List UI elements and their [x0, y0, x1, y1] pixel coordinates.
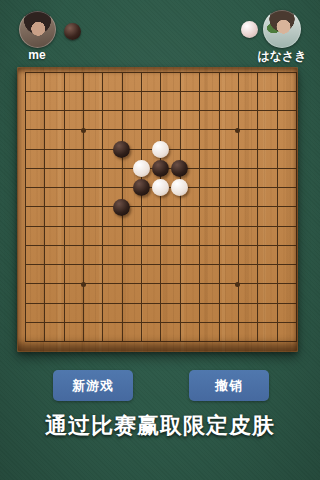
board-intersection[interactable]: [209, 121, 228, 140]
board-intersection[interactable]: [54, 275, 73, 294]
board-intersection[interactable]: [131, 255, 150, 274]
board-intersection[interactable]: [35, 159, 54, 178]
board-intersection[interactable]: [209, 159, 228, 178]
board-intersection[interactable]: [170, 236, 189, 255]
new-game-button[interactable]: 新游戏: [53, 370, 133, 401]
board-intersection[interactable]: [112, 255, 131, 274]
board-intersection[interactable]: [286, 332, 305, 351]
board-intersection[interactable]: [190, 294, 209, 313]
board-intersection[interactable]: [267, 159, 286, 178]
board-intersection[interactable]: [190, 159, 209, 178]
board-intersection[interactable]: [151, 313, 170, 332]
board-intersection[interactable]: [286, 159, 305, 178]
board-intersection[interactable]: [131, 313, 150, 332]
board-intersection[interactable]: [73, 255, 92, 274]
board-intersection[interactable]: [248, 63, 267, 82]
board-intersection[interactable]: [267, 294, 286, 313]
board-intersection[interactable]: [190, 313, 209, 332]
board-intersection[interactable]: [15, 255, 34, 274]
board-intersection[interactable]: [190, 101, 209, 120]
board-intersection[interactable]: [35, 121, 54, 140]
board-intersection[interactable]: [131, 101, 150, 120]
board-intersection[interactable]: [54, 63, 73, 82]
board-intersection[interactable]: [151, 159, 170, 178]
board-intersection[interactable]: [112, 217, 131, 236]
board-intersection[interactable]: [35, 63, 54, 82]
board-intersection[interactable]: [15, 198, 34, 217]
board-intersection[interactable]: [248, 198, 267, 217]
board-intersection[interactable]: [35, 255, 54, 274]
board-intersection[interactable]: [228, 178, 247, 197]
board-intersection[interactable]: [190, 63, 209, 82]
board-intersection[interactable]: [209, 101, 228, 120]
board-intersection[interactable]: [286, 63, 305, 82]
board-intersection[interactable]: [73, 332, 92, 351]
board-intersection[interactable]: [151, 121, 170, 140]
board-intersection[interactable]: [170, 217, 189, 236]
board-intersection[interactable]: [286, 255, 305, 274]
app-screen: me はなさき 新游戏 撤销 通过比赛赢取限定皮肤: [0, 0, 320, 480]
board-intersection[interactable]: [228, 313, 247, 332]
board-intersection[interactable]: [15, 140, 34, 159]
board-intersection[interactable]: [112, 63, 131, 82]
board-intersection[interactable]: [73, 178, 92, 197]
board-intersection[interactable]: [35, 275, 54, 294]
board-intersection[interactable]: [54, 140, 73, 159]
board-intersection[interactable]: [54, 82, 73, 101]
board-intersection[interactable]: [248, 236, 267, 255]
black-stone-indicator: [64, 23, 81, 40]
board-intersection[interactable]: [131, 275, 150, 294]
black-stone: [113, 141, 130, 158]
black-stone: [152, 160, 169, 177]
board-intersection[interactable]: [286, 101, 305, 120]
board-intersection[interactable]: [170, 198, 189, 217]
board-intersection[interactable]: [15, 332, 34, 351]
board-intersection[interactable]: [151, 82, 170, 101]
board-intersection[interactable]: [170, 82, 189, 101]
board-intersection[interactable]: [248, 294, 267, 313]
board-intersection[interactable]: [93, 255, 112, 274]
board-intersection[interactable]: [209, 294, 228, 313]
board-intersection[interactable]: [73, 140, 92, 159]
board-intersection[interactable]: [286, 236, 305, 255]
board-intersection[interactable]: [267, 63, 286, 82]
board-intersection[interactable]: [228, 255, 247, 274]
promo-banner-text: 通过比赛赢取限定皮肤: [0, 411, 320, 441]
board-intersection[interactable]: [15, 82, 34, 101]
board-intersection[interactable]: [248, 178, 267, 197]
board-intersection[interactable]: [248, 101, 267, 120]
board-intersection[interactable]: [131, 178, 150, 197]
board-intersection[interactable]: [248, 159, 267, 178]
board-intersection[interactable]: [54, 121, 73, 140]
board-intersection[interactable]: [286, 82, 305, 101]
board-intersection[interactable]: [15, 217, 34, 236]
board-intersection[interactable]: [267, 140, 286, 159]
star-point: [235, 282, 240, 287]
board-intersection[interactable]: [190, 236, 209, 255]
board-intersection[interactable]: [267, 101, 286, 120]
board-intersection[interactable]: [228, 82, 247, 101]
board-intersection[interactable]: [93, 121, 112, 140]
board-intersection[interactable]: [54, 101, 73, 120]
board-intersection[interactable]: [267, 313, 286, 332]
board-intersection[interactable]: [112, 140, 131, 159]
board-intersection[interactable]: [209, 236, 228, 255]
board-intersection[interactable]: [228, 159, 247, 178]
board-intersection[interactable]: [190, 121, 209, 140]
board-intersection[interactable]: [170, 140, 189, 159]
gomoku-board: [17, 67, 298, 352]
board-intersection[interactable]: [112, 313, 131, 332]
board-intersection[interactable]: [73, 294, 92, 313]
white-stone: [152, 179, 169, 196]
board-intersection[interactable]: [209, 313, 228, 332]
board-intersection[interactable]: [248, 275, 267, 294]
board-intersection[interactable]: [112, 332, 131, 351]
board-intersection[interactable]: [35, 332, 54, 351]
player-name-me: me: [16, 48, 58, 62]
board-intersection[interactable]: [93, 332, 112, 351]
board-intersection[interactable]: [228, 236, 247, 255]
board-intersection[interactable]: [248, 82, 267, 101]
board-intersection[interactable]: [170, 159, 189, 178]
board-intersection[interactable]: [170, 332, 189, 351]
board-intersection[interactable]: [190, 332, 209, 351]
board-intersection[interactable]: [151, 63, 170, 82]
board-intersection[interactable]: [286, 121, 305, 140]
board-intersection[interactable]: [286, 178, 305, 197]
board-intersection[interactable]: [131, 198, 150, 217]
board-intersection[interactable]: [267, 178, 286, 197]
board-intersection[interactable]: [248, 140, 267, 159]
board-intersection[interactable]: [131, 236, 150, 255]
board-intersection[interactable]: [170, 275, 189, 294]
board-intersection[interactable]: [267, 198, 286, 217]
board-intersection[interactable]: [131, 82, 150, 101]
board-intersection[interactable]: [151, 255, 170, 274]
board-intersection[interactable]: [93, 159, 112, 178]
board-intersection[interactable]: [35, 101, 54, 120]
board-intersection[interactable]: [131, 332, 150, 351]
board-intersection[interactable]: [54, 294, 73, 313]
board-intersection[interactable]: [228, 332, 247, 351]
board-intersection[interactable]: [73, 217, 92, 236]
board-intersection[interactable]: [267, 236, 286, 255]
board-intersection[interactable]: [131, 159, 150, 178]
board-intersection[interactable]: [35, 140, 54, 159]
board-intersection[interactable]: [248, 217, 267, 236]
board-intersection[interactable]: [131, 63, 150, 82]
board-intersection[interactable]: [209, 332, 228, 351]
board-intersection[interactable]: [112, 294, 131, 313]
board-intersection[interactable]: [15, 159, 34, 178]
board-intersection[interactable]: [286, 198, 305, 217]
board-intersection[interactable]: [112, 275, 131, 294]
board-intersection[interactable]: [190, 275, 209, 294]
board-intersection[interactable]: [286, 275, 305, 294]
board-intersection[interactable]: [190, 82, 209, 101]
board-intersection[interactable]: [15, 63, 34, 82]
board-grid: [15, 63, 305, 352]
board-intersection[interactable]: [151, 332, 170, 351]
black-stone: [133, 179, 150, 196]
board-intersection[interactable]: [267, 217, 286, 236]
board-intersection[interactable]: [93, 82, 112, 101]
board-intersection[interactable]: [93, 313, 112, 332]
black-stone: [113, 199, 130, 216]
board-intersection[interactable]: [170, 294, 189, 313]
board-intersection[interactable]: [73, 198, 92, 217]
board-intersection[interactable]: [73, 63, 92, 82]
board-intersection[interactable]: [151, 178, 170, 197]
board-intersection[interactable]: [151, 275, 170, 294]
board-intersection[interactable]: [248, 121, 267, 140]
board-intersection[interactable]: [267, 275, 286, 294]
board-intersection[interactable]: [15, 313, 34, 332]
board-intersection[interactable]: [151, 236, 170, 255]
board-intersection[interactable]: [267, 82, 286, 101]
board-intersection[interactable]: [73, 101, 92, 120]
board-intersection[interactable]: [73, 313, 92, 332]
board-intersection[interactable]: [112, 198, 131, 217]
board-intersection[interactable]: [15, 101, 34, 120]
board-intersection[interactable]: [151, 140, 170, 159]
board-intersection[interactable]: [228, 294, 247, 313]
board-intersection[interactable]: [131, 217, 150, 236]
board-intersection[interactable]: [228, 101, 247, 120]
board-intersection[interactable]: [170, 63, 189, 82]
board-intersection[interactable]: [73, 82, 92, 101]
board-intersection[interactable]: [15, 275, 34, 294]
board-intersection[interactable]: [151, 217, 170, 236]
board-intersection[interactable]: [170, 178, 189, 197]
board-intersection[interactable]: [35, 313, 54, 332]
board-intersection[interactable]: [73, 159, 92, 178]
board-intersection[interactable]: [209, 255, 228, 274]
board-intersection[interactable]: [35, 236, 54, 255]
board-intersection[interactable]: [267, 332, 286, 351]
board-intersection[interactable]: [209, 198, 228, 217]
board-intersection[interactable]: [248, 332, 267, 351]
white-stone: [133, 160, 150, 177]
board-intersection[interactable]: [286, 294, 305, 313]
board-intersection[interactable]: [209, 63, 228, 82]
board-intersection[interactable]: [209, 178, 228, 197]
board-intersection[interactable]: [170, 313, 189, 332]
board-intersection[interactable]: [131, 294, 150, 313]
board-intersection[interactable]: [54, 313, 73, 332]
board-intersection[interactable]: [286, 313, 305, 332]
board-intersection[interactable]: [209, 217, 228, 236]
board-intersection[interactable]: [267, 255, 286, 274]
board-intersection[interactable]: [93, 275, 112, 294]
undo-button[interactable]: 撤销: [189, 370, 269, 401]
board-intersection[interactable]: [73, 236, 92, 255]
board-intersection[interactable]: [151, 198, 170, 217]
board-intersection[interactable]: [54, 159, 73, 178]
board-intersection[interactable]: [35, 82, 54, 101]
board-intersection[interactable]: [228, 63, 247, 82]
board-intersection[interactable]: [190, 198, 209, 217]
board-intersection[interactable]: [228, 121, 247, 140]
player-avatar-opponent: [263, 10, 301, 48]
board-intersection[interactable]: [209, 82, 228, 101]
board-intersection[interactable]: [170, 101, 189, 120]
board-intersection[interactable]: [112, 82, 131, 101]
board-intersection[interactable]: [151, 101, 170, 120]
board-intersection[interactable]: [286, 140, 305, 159]
board-intersection[interactable]: [209, 275, 228, 294]
white-stone: [171, 179, 188, 196]
board-intersection[interactable]: [93, 217, 112, 236]
board-intersection[interactable]: [93, 178, 112, 197]
board-intersection[interactable]: [15, 178, 34, 197]
black-stone: [171, 160, 188, 177]
star-point: [81, 282, 86, 287]
board-intersection[interactable]: [170, 255, 189, 274]
board-intersection[interactable]: [112, 101, 131, 120]
board-intersection[interactable]: [54, 236, 73, 255]
board-intersection[interactable]: [228, 275, 247, 294]
board-intersection[interactable]: [248, 313, 267, 332]
board-intersection[interactable]: [15, 121, 34, 140]
board-intersection[interactable]: [170, 121, 189, 140]
board-intersection[interactable]: [73, 275, 92, 294]
board-intersection[interactable]: [54, 217, 73, 236]
board-intersection[interactable]: [93, 294, 112, 313]
board-intersection[interactable]: [190, 140, 209, 159]
white-stone: [152, 141, 169, 158]
board-intersection[interactable]: [151, 294, 170, 313]
board-intersection[interactable]: [54, 255, 73, 274]
board-intersection[interactable]: [93, 63, 112, 82]
board-intersection[interactable]: [228, 198, 247, 217]
board-intersection[interactable]: [35, 294, 54, 313]
board-intersection[interactable]: [54, 198, 73, 217]
board-intersection[interactable]: [112, 178, 131, 197]
board-intersection[interactable]: [35, 178, 54, 197]
white-stone-indicator: [241, 21, 258, 38]
board-intersection[interactable]: [267, 121, 286, 140]
board-intersection[interactable]: [190, 178, 209, 197]
board-intersection[interactable]: [190, 255, 209, 274]
board-intersection[interactable]: [112, 159, 131, 178]
board-intersection[interactable]: [93, 101, 112, 120]
board-intersection[interactable]: [35, 198, 54, 217]
board-intersection[interactable]: [93, 236, 112, 255]
board-intersection[interactable]: [112, 236, 131, 255]
board-intersection[interactable]: [131, 121, 150, 140]
board-intersection[interactable]: [248, 255, 267, 274]
star-point: [235, 128, 240, 133]
board-intersection[interactable]: [93, 140, 112, 159]
board-intersection[interactable]: [286, 217, 305, 236]
board-intersection[interactable]: [93, 198, 112, 217]
board-intersection[interactable]: [54, 332, 73, 351]
board-intersection[interactable]: [228, 140, 247, 159]
board-intersection[interactable]: [190, 217, 209, 236]
board-intersection[interactable]: [228, 217, 247, 236]
board-intersection[interactable]: [15, 236, 34, 255]
board-intersection[interactable]: [112, 121, 131, 140]
player-avatar-me: [19, 11, 56, 48]
board-intersection[interactable]: [15, 294, 34, 313]
star-point: [81, 128, 86, 133]
board-intersection[interactable]: [54, 178, 73, 197]
board-intersection[interactable]: [209, 140, 228, 159]
board-intersection[interactable]: [35, 217, 54, 236]
board-intersection[interactable]: [131, 140, 150, 159]
board-intersection[interactable]: [73, 121, 92, 140]
